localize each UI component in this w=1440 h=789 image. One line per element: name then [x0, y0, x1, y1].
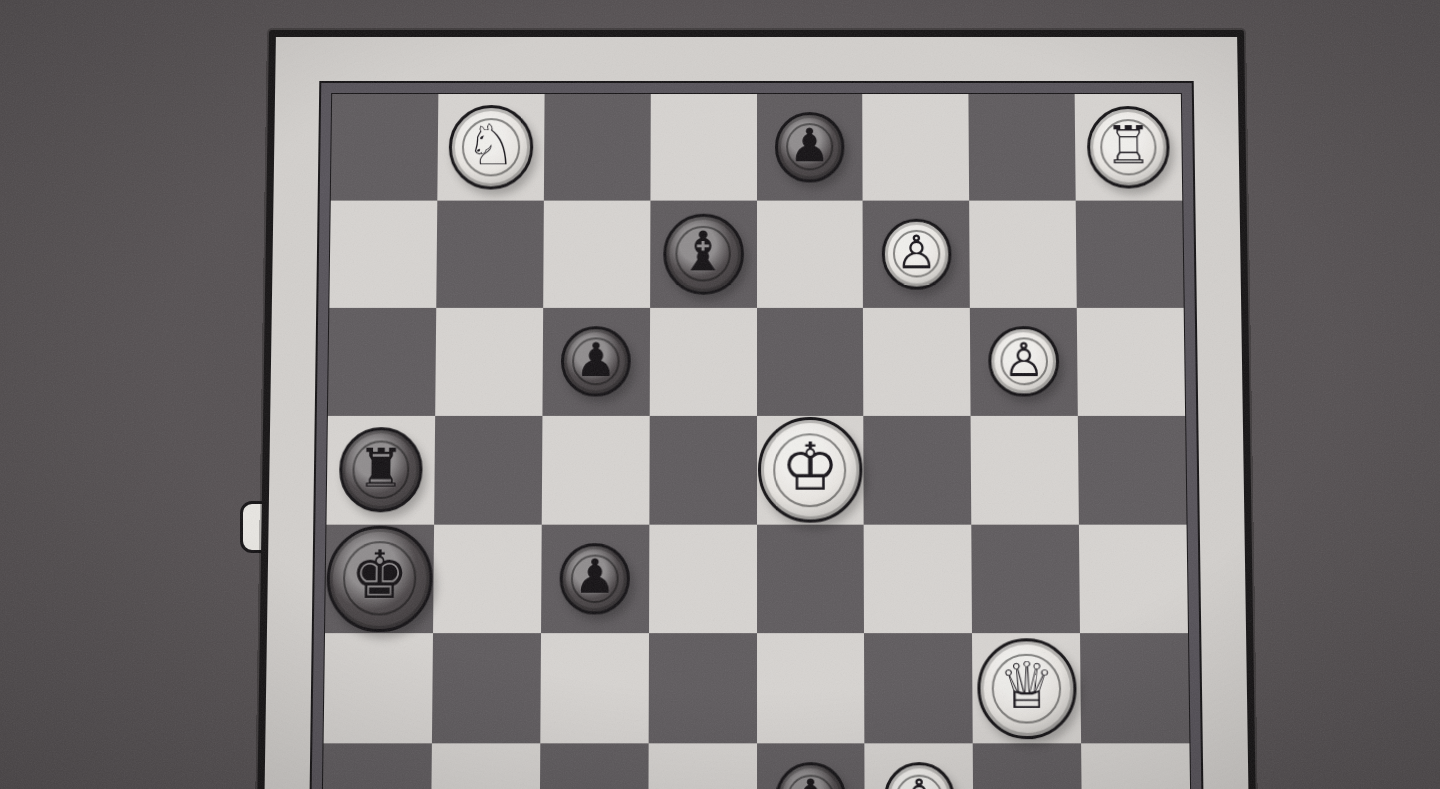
white-pawn-glyph: ♙: [1003, 336, 1045, 383]
black-pawn-glyph: ♟: [789, 122, 830, 168]
piece-black-pawn-c5[interactable]: ♟: [541, 524, 649, 633]
square-h5[interactable]: [1079, 524, 1188, 633]
square-f5[interactable]: [864, 524, 972, 633]
square-c2[interactable]: [543, 200, 650, 307]
white-pawn-glyph: ♙: [898, 773, 940, 789]
black-king-glyph: ♚: [350, 543, 409, 609]
piece-black-bishop-d2[interactable]: ♝: [650, 200, 757, 307]
square-d5[interactable]: [649, 524, 757, 633]
piece-white-king-e4[interactable]: ♔: [757, 416, 865, 525]
square-g2[interactable]: [969, 200, 1077, 307]
square-h4[interactable]: [1078, 416, 1187, 525]
square-c1[interactable]: [544, 94, 651, 200]
square-g7[interactable]: [973, 744, 1082, 789]
black-rook-glyph: ♜: [357, 441, 405, 494]
square-a1[interactable]: [331, 94, 438, 200]
square-b5[interactable]: [433, 524, 542, 633]
square-h2[interactable]: [1076, 200, 1184, 307]
black-pawn-glyph: ♟: [790, 773, 832, 789]
square-d7[interactable]: [648, 744, 757, 789]
square-g5[interactable]: [972, 524, 1081, 633]
square-a6[interactable]: [324, 634, 433, 744]
black-pawn-glyph: ♟: [574, 553, 616, 601]
square-b2[interactable]: [436, 200, 544, 307]
piece-white-queen-g6[interactable]: ♕: [972, 634, 1081, 744]
square-f3[interactable]: [863, 308, 971, 416]
piece-black-pawn-e7[interactable]: ♟: [757, 744, 866, 789]
square-d3[interactable]: [649, 308, 756, 416]
square-a7[interactable]: [322, 744, 432, 789]
square-e3[interactable]: [757, 308, 864, 416]
square-d6[interactable]: [648, 634, 756, 744]
piece-black-rook-a4[interactable]: ♜: [326, 416, 435, 525]
white-pawn-glyph: ♙: [896, 229, 938, 276]
square-a3[interactable]: [328, 308, 436, 416]
square-e5[interactable]: [757, 524, 865, 633]
square-f1[interactable]: [863, 94, 970, 200]
black-pawn-glyph: ♟: [575, 336, 617, 383]
square-b6[interactable]: [432, 634, 541, 744]
piece-white-pawn-f2[interactable]: ♙: [863, 200, 970, 307]
piece-white-knight-b1[interactable]: ♘: [437, 94, 544, 200]
square-d4[interactable]: [649, 416, 757, 525]
white-queen-glyph: ♕: [998, 654, 1055, 718]
square-h6[interactable]: [1080, 634, 1189, 744]
square-b3[interactable]: [435, 308, 543, 416]
square-f6[interactable]: [864, 634, 973, 744]
piece-black-pawn-e1[interactable]: ♟: [757, 94, 863, 200]
square-b4[interactable]: [434, 416, 542, 525]
black-bishop-glyph: ♝: [679, 224, 728, 279]
square-d1[interactable]: [650, 94, 756, 200]
chessboard: ♘♟♖♝♙♟♙♜♔♚♟♕♟♙: [254, 30, 1260, 789]
square-e6[interactable]: [757, 634, 865, 744]
square-c6[interactable]: [540, 634, 649, 744]
square-c4[interactable]: [541, 416, 649, 525]
piece-black-king-a5[interactable]: ♚: [325, 524, 434, 633]
chessboard-scene: ♘♟♖♝♙♟♙♜♔♚♟♕♟♙: [0, 0, 1440, 789]
square-g1[interactable]: [969, 94, 1076, 200]
board-grid: ♘♟♖♝♙♟♙♜♔♚♟♕♟♙: [321, 94, 1193, 789]
white-knight-glyph: ♘: [465, 117, 516, 173]
square-g4[interactable]: [971, 416, 1079, 525]
piece-white-pawn-f7[interactable]: ♙: [865, 744, 974, 789]
piece-white-rook-h1[interactable]: ♖: [1075, 94, 1182, 200]
square-h7[interactable]: [1081, 744, 1191, 789]
square-b7[interactable]: [431, 744, 540, 789]
square-h3[interactable]: [1077, 308, 1185, 416]
piece-white-pawn-g3[interactable]: ♙: [970, 308, 1078, 416]
piece-black-pawn-c3[interactable]: ♟: [542, 308, 650, 416]
square-f4[interactable]: [864, 416, 972, 525]
white-king-glyph: ♔: [781, 434, 839, 500]
square-a2[interactable]: [329, 200, 437, 307]
square-c7[interactable]: [539, 744, 648, 789]
white-rook-glyph: ♖: [1105, 119, 1152, 171]
square-e2[interactable]: [757, 200, 864, 307]
